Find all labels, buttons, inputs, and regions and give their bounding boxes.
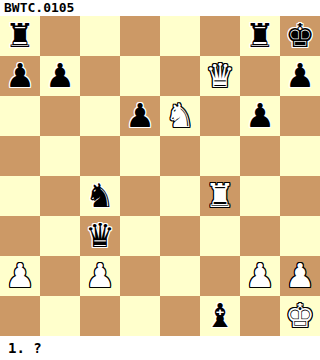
square-a7[interactable]: ♟: [0, 56, 40, 96]
square-d2[interactable]: [120, 256, 160, 296]
square-h6[interactable]: [280, 96, 320, 136]
square-b5[interactable]: [40, 136, 80, 176]
black-king-icon: ♚: [285, 16, 315, 56]
square-a3[interactable]: [0, 216, 40, 256]
square-g4[interactable]: [240, 176, 280, 216]
chess-board: ♜♜♚♟♟♛♟♟♞♟♞♜♛♟♟♟♟♝♚: [0, 16, 320, 336]
square-d8[interactable]: [120, 16, 160, 56]
square-d3[interactable]: [120, 216, 160, 256]
white-rook-icon: ♜: [205, 176, 235, 216]
square-g3[interactable]: [240, 216, 280, 256]
square-h3[interactable]: [280, 216, 320, 256]
square-b6[interactable]: [40, 96, 80, 136]
square-e1[interactable]: [160, 296, 200, 336]
square-c2[interactable]: ♟: [80, 256, 120, 296]
square-e2[interactable]: [160, 256, 200, 296]
square-f5[interactable]: [200, 136, 240, 176]
square-c1[interactable]: [80, 296, 120, 336]
square-g6[interactable]: ♟: [240, 96, 280, 136]
square-c6[interactable]: [80, 96, 120, 136]
square-c4[interactable]: ♞: [80, 176, 120, 216]
square-e3[interactable]: [160, 216, 200, 256]
move-prompt: 1. ?: [0, 336, 320, 360]
square-f3[interactable]: [200, 216, 240, 256]
square-d5[interactable]: [120, 136, 160, 176]
square-f2[interactable]: [200, 256, 240, 296]
black-pawn-icon: ♟: [5, 56, 35, 96]
square-g8[interactable]: ♜: [240, 16, 280, 56]
square-f6[interactable]: [200, 96, 240, 136]
square-b1[interactable]: [40, 296, 80, 336]
square-h8[interactable]: ♚: [280, 16, 320, 56]
square-c3[interactable]: ♛: [80, 216, 120, 256]
white-pawn-icon: ♟: [85, 256, 115, 296]
square-b7[interactable]: ♟: [40, 56, 80, 96]
square-d6[interactable]: ♟: [120, 96, 160, 136]
square-h5[interactable]: [280, 136, 320, 176]
square-f4[interactable]: ♜: [200, 176, 240, 216]
square-f1[interactable]: ♝: [200, 296, 240, 336]
black-pawn-icon: ♟: [285, 56, 315, 96]
white-pawn-icon: ♟: [285, 256, 315, 296]
white-pawn-icon: ♟: [245, 256, 275, 296]
square-d4[interactable]: [120, 176, 160, 216]
square-a6[interactable]: [0, 96, 40, 136]
square-g1[interactable]: [240, 296, 280, 336]
black-pawn-icon: ♟: [45, 56, 75, 96]
square-b3[interactable]: [40, 216, 80, 256]
puzzle-id: BWTC.0105: [0, 0, 320, 16]
square-d1[interactable]: [120, 296, 160, 336]
square-h1[interactable]: ♚: [280, 296, 320, 336]
square-e8[interactable]: [160, 16, 200, 56]
square-h7[interactable]: ♟: [280, 56, 320, 96]
square-b2[interactable]: [40, 256, 80, 296]
white-pawn-icon: ♟: [5, 256, 35, 296]
square-h2[interactable]: ♟: [280, 256, 320, 296]
white-queen-icon: ♛: [205, 56, 235, 96]
square-c5[interactable]: [80, 136, 120, 176]
white-knight-icon: ♞: [165, 96, 195, 136]
square-f8[interactable]: [200, 16, 240, 56]
black-rook-icon: ♜: [5, 16, 35, 56]
square-e7[interactable]: [160, 56, 200, 96]
square-b8[interactable]: [40, 16, 80, 56]
square-a1[interactable]: [0, 296, 40, 336]
black-pawn-icon: ♟: [125, 96, 155, 136]
square-e4[interactable]: [160, 176, 200, 216]
black-rook-icon: ♜: [245, 16, 275, 56]
square-g5[interactable]: [240, 136, 280, 176]
black-bishop-icon: ♝: [205, 296, 235, 336]
square-c7[interactable]: [80, 56, 120, 96]
square-a4[interactable]: [0, 176, 40, 216]
square-a8[interactable]: ♜: [0, 16, 40, 56]
square-e6[interactable]: ♞: [160, 96, 200, 136]
square-e5[interactable]: [160, 136, 200, 176]
black-pawn-icon: ♟: [245, 96, 275, 136]
square-f7[interactable]: ♛: [200, 56, 240, 96]
black-knight-icon: ♞: [85, 176, 115, 216]
white-king-icon: ♚: [285, 296, 315, 336]
black-queen-icon: ♛: [85, 216, 115, 256]
square-d7[interactable]: [120, 56, 160, 96]
square-b4[interactable]: [40, 176, 80, 216]
square-a5[interactable]: [0, 136, 40, 176]
square-g2[interactable]: ♟: [240, 256, 280, 296]
square-h4[interactable]: [280, 176, 320, 216]
square-c8[interactable]: [80, 16, 120, 56]
square-g7[interactable]: [240, 56, 280, 96]
square-a2[interactable]: ♟: [0, 256, 40, 296]
